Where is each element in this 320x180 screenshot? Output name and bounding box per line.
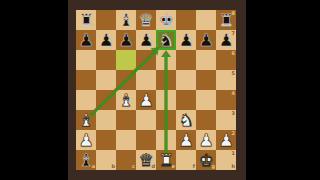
square-c3[interactable] bbox=[116, 110, 136, 130]
square-f4[interactable] bbox=[176, 90, 196, 110]
square-h8[interactable]: ♜8 bbox=[216, 10, 236, 30]
square-c2[interactable] bbox=[116, 130, 136, 150]
piece-white-bishop-a3[interactable]: ♝ bbox=[76, 110, 96, 130]
square-a8[interactable]: ♜ bbox=[76, 10, 96, 30]
square-a6[interactable] bbox=[76, 50, 96, 70]
video-frame: ♜♝♛♚♜8♟♟♟♟♞♟♟♟765♝♟4♝♞3♟♟♟♟2♝abc♛d♜ef♚g1… bbox=[0, 0, 320, 180]
piece-black-rook-h8[interactable]: ♜ bbox=[216, 10, 236, 30]
square-h2[interactable]: ♟2 bbox=[216, 130, 236, 150]
square-a5[interactable] bbox=[76, 70, 96, 90]
square-g2[interactable]: ♟ bbox=[196, 130, 216, 150]
piece-black-pawn-b7[interactable]: ♟ bbox=[96, 30, 116, 50]
square-f1[interactable]: f bbox=[176, 150, 196, 170]
file-label-h: h bbox=[231, 164, 235, 169]
square-a1[interactable]: ♝a bbox=[76, 150, 96, 170]
rank-label-4: 4 bbox=[232, 91, 235, 96]
square-b2[interactable] bbox=[96, 130, 116, 150]
piece-white-pawn-f2[interactable]: ♟ bbox=[176, 130, 196, 150]
square-c5[interactable] bbox=[116, 70, 136, 90]
square-b5[interactable] bbox=[96, 70, 116, 90]
piece-white-knight-f3[interactable]: ♞ bbox=[176, 110, 196, 130]
piece-white-pawn-d4[interactable]: ♟ bbox=[136, 90, 156, 110]
piece-black-pawn-d7[interactable]: ♟ bbox=[136, 30, 156, 50]
square-h4[interactable]: 4 bbox=[216, 90, 236, 110]
square-e2[interactable] bbox=[156, 130, 176, 150]
piece-black-pawn-f7[interactable]: ♟ bbox=[176, 30, 196, 50]
piece-white-pawn-a2[interactable]: ♟ bbox=[76, 130, 96, 150]
piece-black-king-e8[interactable]: ♚ bbox=[156, 10, 176, 30]
square-c4[interactable]: ♝ bbox=[116, 90, 136, 110]
square-b8[interactable] bbox=[96, 10, 116, 30]
piece-white-bishop-c4[interactable]: ♝ bbox=[116, 90, 136, 110]
piece-white-rook-e1[interactable]: ♜ bbox=[156, 150, 176, 170]
square-d4[interactable]: ♟ bbox=[136, 90, 156, 110]
square-a4[interactable] bbox=[76, 90, 96, 110]
piece-black-bishop-c8[interactable]: ♝ bbox=[116, 10, 136, 30]
rank-label-3: 3 bbox=[232, 111, 235, 116]
square-a7[interactable]: ♟ bbox=[76, 30, 96, 50]
square-h7[interactable]: ♟7 bbox=[216, 30, 236, 50]
square-e5[interactable] bbox=[156, 70, 176, 90]
square-g1[interactable]: ♚g bbox=[196, 150, 216, 170]
piece-black-bishop-a1[interactable]: ♝ bbox=[76, 150, 96, 170]
square-h5[interactable]: 5 bbox=[216, 70, 236, 90]
file-label-b: b bbox=[111, 164, 115, 169]
square-f6[interactable] bbox=[176, 50, 196, 70]
square-g8[interactable] bbox=[196, 10, 216, 30]
piece-black-knight-e7[interactable]: ♞ bbox=[156, 30, 176, 50]
square-g3[interactable] bbox=[196, 110, 216, 130]
square-e1[interactable]: ♜e bbox=[156, 150, 176, 170]
square-f3[interactable]: ♞ bbox=[176, 110, 196, 130]
square-c7[interactable]: ♟ bbox=[116, 30, 136, 50]
piece-white-pawn-h2[interactable]: ♟ bbox=[216, 130, 236, 150]
square-d7[interactable]: ♟ bbox=[136, 30, 156, 50]
square-g6[interactable] bbox=[196, 50, 216, 70]
piece-black-pawn-g7[interactable]: ♟ bbox=[196, 30, 216, 50]
square-c6[interactable] bbox=[116, 50, 136, 70]
square-g7[interactable]: ♟ bbox=[196, 30, 216, 50]
rank-label-1: 1 bbox=[232, 151, 235, 156]
square-d1[interactable]: ♛d bbox=[136, 150, 156, 170]
square-f5[interactable] bbox=[176, 70, 196, 90]
square-d2[interactable] bbox=[136, 130, 156, 150]
square-e6[interactable] bbox=[156, 50, 176, 70]
piece-white-king-g1[interactable]: ♚ bbox=[196, 150, 216, 170]
square-h1[interactable]: 1h bbox=[216, 150, 236, 170]
square-e3[interactable] bbox=[156, 110, 176, 130]
square-h6[interactable]: 6 bbox=[216, 50, 236, 70]
file-label-c: c bbox=[132, 164, 135, 169]
piece-white-pawn-g2[interactable]: ♟ bbox=[196, 130, 216, 150]
chess-board[interactable]: ♜♝♛♚♜8♟♟♟♟♞♟♟♟765♝♟4♝♞3♟♟♟♟2♝abc♛d♜ef♚g1… bbox=[76, 10, 236, 170]
square-d6[interactable] bbox=[136, 50, 156, 70]
square-g4[interactable] bbox=[196, 90, 216, 110]
square-e7[interactable]: ♞ bbox=[156, 30, 176, 50]
square-d5[interactable] bbox=[136, 70, 156, 90]
piece-black-pawn-h7[interactable]: ♟ bbox=[216, 30, 236, 50]
piece-white-queen-d1[interactable]: ♛ bbox=[136, 150, 156, 170]
square-b6[interactable] bbox=[96, 50, 116, 70]
square-d8[interactable]: ♛ bbox=[136, 10, 156, 30]
square-a3[interactable]: ♝ bbox=[76, 110, 96, 130]
square-f2[interactable]: ♟ bbox=[176, 130, 196, 150]
square-e4[interactable] bbox=[156, 90, 176, 110]
square-e8[interactable]: ♚ bbox=[156, 10, 176, 30]
file-label-f: f bbox=[193, 164, 195, 169]
piece-black-queen-d8[interactable]: ♛ bbox=[136, 10, 156, 30]
rank-label-5: 5 bbox=[232, 71, 235, 76]
square-h3[interactable]: 3 bbox=[216, 110, 236, 130]
square-b3[interactable] bbox=[96, 110, 116, 130]
square-f7[interactable]: ♟ bbox=[176, 30, 196, 50]
square-b4[interactable] bbox=[96, 90, 116, 110]
square-d3[interactable] bbox=[136, 110, 156, 130]
square-c8[interactable]: ♝ bbox=[116, 10, 136, 30]
rank-label-6: 6 bbox=[232, 51, 235, 56]
square-b1[interactable]: b bbox=[96, 150, 116, 170]
piece-black-pawn-c7[interactable]: ♟ bbox=[116, 30, 136, 50]
square-g5[interactable] bbox=[196, 70, 216, 90]
square-b7[interactable]: ♟ bbox=[96, 30, 116, 50]
square-a2[interactable]: ♟ bbox=[76, 130, 96, 150]
square-f8[interactable] bbox=[176, 10, 196, 30]
piece-black-pawn-a7[interactable]: ♟ bbox=[76, 30, 96, 50]
piece-black-rook-a8[interactable]: ♜ bbox=[76, 10, 96, 30]
board-frame: ♜♝♛♚♜8♟♟♟♟♞♟♟♟765♝♟4♝♞3♟♟♟♟2♝abc♛d♜ef♚g1… bbox=[68, 0, 246, 180]
square-c1[interactable]: c bbox=[116, 150, 136, 170]
